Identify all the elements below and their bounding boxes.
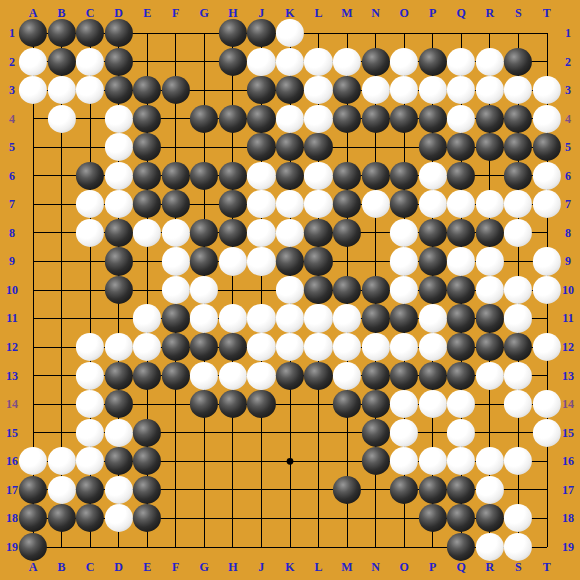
intersection-J12[interactable]	[247, 333, 276, 362]
intersection-S19[interactable]	[504, 533, 533, 562]
intersection-A3[interactable]	[19, 76, 48, 105]
intersection-O8[interactable]	[390, 219, 419, 248]
intersection-E7[interactable]	[133, 190, 162, 219]
intersection-T16[interactable]	[533, 447, 562, 476]
intersection-O9[interactable]	[390, 247, 419, 276]
intersection-Q8[interactable]	[447, 219, 476, 248]
intersection-C5[interactable]	[76, 133, 105, 162]
intersection-G14[interactable]	[190, 390, 219, 419]
intersection-M7[interactable]	[333, 190, 362, 219]
intersection-E19[interactable]	[133, 533, 162, 562]
intersection-Q16[interactable]	[447, 447, 476, 476]
intersection-F10[interactable]	[161, 276, 190, 305]
intersection-O10[interactable]	[390, 276, 419, 305]
intersection-B4[interactable]	[47, 104, 76, 133]
intersection-N7[interactable]	[361, 190, 390, 219]
intersection-L4[interactable]	[304, 104, 333, 133]
intersection-T19[interactable]	[533, 533, 562, 562]
intersection-D2[interactable]	[104, 47, 133, 76]
intersection-P6[interactable]	[418, 161, 447, 190]
intersection-G6[interactable]	[190, 161, 219, 190]
intersection-R4[interactable]	[475, 104, 504, 133]
intersection-O2[interactable]	[390, 47, 419, 76]
intersection-T5[interactable]	[533, 133, 562, 162]
intersection-E8[interactable]	[133, 219, 162, 248]
intersection-Q2[interactable]	[447, 47, 476, 76]
intersection-K11[interactable]	[276, 304, 305, 333]
intersection-P7[interactable]	[418, 190, 447, 219]
intersection-D3[interactable]	[104, 76, 133, 105]
intersection-A6[interactable]	[19, 161, 48, 190]
intersection-D7[interactable]	[104, 190, 133, 219]
intersection-L19[interactable]	[304, 533, 333, 562]
intersection-M3[interactable]	[333, 76, 362, 105]
intersection-J2[interactable]	[247, 47, 276, 76]
intersection-R12[interactable]	[475, 333, 504, 362]
intersection-J18[interactable]	[247, 504, 276, 533]
intersection-G13[interactable]	[190, 361, 219, 390]
intersection-M10[interactable]	[333, 276, 362, 305]
intersection-N15[interactable]	[361, 418, 390, 447]
intersection-S18[interactable]	[504, 504, 533, 533]
intersection-D5[interactable]	[104, 133, 133, 162]
intersection-G16[interactable]	[190, 447, 219, 476]
intersection-O15[interactable]	[390, 418, 419, 447]
intersection-T17[interactable]	[533, 475, 562, 504]
intersection-H11[interactable]	[219, 304, 248, 333]
intersection-E2[interactable]	[133, 47, 162, 76]
intersection-M8[interactable]	[333, 219, 362, 248]
intersection-J4[interactable]	[247, 104, 276, 133]
intersection-L14[interactable]	[304, 390, 333, 419]
intersection-B16[interactable]	[47, 447, 76, 476]
intersection-A18[interactable]	[19, 504, 48, 533]
intersection-K2[interactable]	[276, 47, 305, 76]
intersection-C13[interactable]	[76, 361, 105, 390]
intersection-T3[interactable]	[533, 76, 562, 105]
intersection-P14[interactable]	[418, 390, 447, 419]
intersection-R10[interactable]	[475, 276, 504, 305]
intersection-J5[interactable]	[247, 133, 276, 162]
intersection-Q7[interactable]	[447, 190, 476, 219]
intersection-F15[interactable]	[161, 418, 190, 447]
intersection-B15[interactable]	[47, 418, 76, 447]
intersection-A4[interactable]	[19, 104, 48, 133]
intersection-E18[interactable]	[133, 504, 162, 533]
intersection-D17[interactable]	[104, 475, 133, 504]
intersection-D16[interactable]	[104, 447, 133, 476]
intersection-F4[interactable]	[161, 104, 190, 133]
intersection-Q19[interactable]	[447, 533, 476, 562]
intersection-N6[interactable]	[361, 161, 390, 190]
intersection-F1[interactable]	[161, 19, 190, 48]
intersection-C2[interactable]	[76, 47, 105, 76]
intersection-E10[interactable]	[133, 276, 162, 305]
intersection-B13[interactable]	[47, 361, 76, 390]
intersection-R1[interactable]	[475, 19, 504, 48]
intersection-N1[interactable]	[361, 19, 390, 48]
intersection-T13[interactable]	[533, 361, 562, 390]
intersection-D6[interactable]	[104, 161, 133, 190]
intersection-O13[interactable]	[390, 361, 419, 390]
intersection-C7[interactable]	[76, 190, 105, 219]
intersection-P5[interactable]	[418, 133, 447, 162]
intersection-T9[interactable]	[533, 247, 562, 276]
intersection-L3[interactable]	[304, 76, 333, 105]
intersection-C8[interactable]	[76, 219, 105, 248]
intersection-O1[interactable]	[390, 19, 419, 48]
intersection-Q1[interactable]	[447, 19, 476, 48]
intersection-M6[interactable]	[333, 161, 362, 190]
intersection-C18[interactable]	[76, 504, 105, 533]
intersection-S3[interactable]	[504, 76, 533, 105]
intersection-E16[interactable]	[133, 447, 162, 476]
intersection-G10[interactable]	[190, 276, 219, 305]
intersection-F6[interactable]	[161, 161, 190, 190]
intersection-E3[interactable]	[133, 76, 162, 105]
intersection-S4[interactable]	[504, 104, 533, 133]
intersection-B12[interactable]	[47, 333, 76, 362]
intersection-R18[interactable]	[475, 504, 504, 533]
intersection-F2[interactable]	[161, 47, 190, 76]
intersection-B14[interactable]	[47, 390, 76, 419]
intersection-R8[interactable]	[475, 219, 504, 248]
intersection-E6[interactable]	[133, 161, 162, 190]
intersection-G12[interactable]	[190, 333, 219, 362]
intersection-T6[interactable]	[533, 161, 562, 190]
intersection-N16[interactable]	[361, 447, 390, 476]
intersection-H14[interactable]	[219, 390, 248, 419]
intersection-P18[interactable]	[418, 504, 447, 533]
intersection-P19[interactable]	[418, 533, 447, 562]
intersection-M9[interactable]	[333, 247, 362, 276]
intersection-B11[interactable]	[47, 304, 76, 333]
intersection-L16[interactable]	[304, 447, 333, 476]
intersection-P11[interactable]	[418, 304, 447, 333]
intersection-Q5[interactable]	[447, 133, 476, 162]
intersection-H13[interactable]	[219, 361, 248, 390]
intersection-R3[interactable]	[475, 76, 504, 105]
intersection-J19[interactable]	[247, 533, 276, 562]
intersection-M4[interactable]	[333, 104, 362, 133]
intersection-T8[interactable]	[533, 219, 562, 248]
intersection-N19[interactable]	[361, 533, 390, 562]
intersection-E4[interactable]	[133, 104, 162, 133]
intersection-B8[interactable]	[47, 219, 76, 248]
intersection-J3[interactable]	[247, 76, 276, 105]
intersection-A14[interactable]	[19, 390, 48, 419]
intersection-P3[interactable]	[418, 76, 447, 105]
intersection-A7[interactable]	[19, 190, 48, 219]
intersection-R7[interactable]	[475, 190, 504, 219]
intersection-C14[interactable]	[76, 390, 105, 419]
intersection-N14[interactable]	[361, 390, 390, 419]
intersection-A9[interactable]	[19, 247, 48, 276]
intersection-H9[interactable]	[219, 247, 248, 276]
intersection-N12[interactable]	[361, 333, 390, 362]
intersection-L15[interactable]	[304, 418, 333, 447]
intersection-L7[interactable]	[304, 190, 333, 219]
intersection-P1[interactable]	[418, 19, 447, 48]
intersection-G7[interactable]	[190, 190, 219, 219]
intersection-O16[interactable]	[390, 447, 419, 476]
intersection-S10[interactable]	[504, 276, 533, 305]
intersection-E15[interactable]	[133, 418, 162, 447]
intersection-L10[interactable]	[304, 276, 333, 305]
intersection-L11[interactable]	[304, 304, 333, 333]
intersection-J9[interactable]	[247, 247, 276, 276]
intersection-B7[interactable]	[47, 190, 76, 219]
intersection-M5[interactable]	[333, 133, 362, 162]
intersection-C4[interactable]	[76, 104, 105, 133]
intersection-F14[interactable]	[161, 390, 190, 419]
intersection-A17[interactable]	[19, 475, 48, 504]
intersection-A8[interactable]	[19, 219, 48, 248]
intersection-S13[interactable]	[504, 361, 533, 390]
intersection-P17[interactable]	[418, 475, 447, 504]
intersection-K10[interactable]	[276, 276, 305, 305]
intersection-D12[interactable]	[104, 333, 133, 362]
intersection-S5[interactable]	[504, 133, 533, 162]
intersection-C10[interactable]	[76, 276, 105, 305]
intersection-B19[interactable]	[47, 533, 76, 562]
intersection-M14[interactable]	[333, 390, 362, 419]
intersection-H16[interactable]	[219, 447, 248, 476]
intersection-F5[interactable]	[161, 133, 190, 162]
intersection-D1[interactable]	[104, 19, 133, 48]
intersection-J13[interactable]	[247, 361, 276, 390]
intersection-S9[interactable]	[504, 247, 533, 276]
intersection-B3[interactable]	[47, 76, 76, 105]
intersection-M16[interactable]	[333, 447, 362, 476]
intersection-G2[interactable]	[190, 47, 219, 76]
intersection-G17[interactable]	[190, 475, 219, 504]
intersection-A13[interactable]	[19, 361, 48, 390]
intersection-H7[interactable]	[219, 190, 248, 219]
intersection-G8[interactable]	[190, 219, 219, 248]
intersection-A1[interactable]	[19, 19, 48, 48]
intersection-K4[interactable]	[276, 104, 305, 133]
intersection-O12[interactable]	[390, 333, 419, 362]
intersection-H15[interactable]	[219, 418, 248, 447]
intersection-R11[interactable]	[475, 304, 504, 333]
intersection-O18[interactable]	[390, 504, 419, 533]
intersection-G18[interactable]	[190, 504, 219, 533]
intersection-T18[interactable]	[533, 504, 562, 533]
intersection-F13[interactable]	[161, 361, 190, 390]
intersection-P8[interactable]	[418, 219, 447, 248]
intersection-F17[interactable]	[161, 475, 190, 504]
intersection-R13[interactable]	[475, 361, 504, 390]
intersection-H19[interactable]	[219, 533, 248, 562]
intersection-O19[interactable]	[390, 533, 419, 562]
intersection-L1[interactable]	[304, 19, 333, 48]
intersection-H17[interactable]	[219, 475, 248, 504]
intersection-S14[interactable]	[504, 390, 533, 419]
intersection-G11[interactable]	[190, 304, 219, 333]
intersection-J6[interactable]	[247, 161, 276, 190]
intersection-N10[interactable]	[361, 276, 390, 305]
intersection-D13[interactable]	[104, 361, 133, 390]
intersection-D11[interactable]	[104, 304, 133, 333]
intersection-B6[interactable]	[47, 161, 76, 190]
intersection-N5[interactable]	[361, 133, 390, 162]
intersection-G1[interactable]	[190, 19, 219, 48]
intersection-L2[interactable]	[304, 47, 333, 76]
intersection-H1[interactable]	[219, 19, 248, 48]
intersection-Q11[interactable]	[447, 304, 476, 333]
intersection-F12[interactable]	[161, 333, 190, 362]
intersection-P13[interactable]	[418, 361, 447, 390]
intersection-D19[interactable]	[104, 533, 133, 562]
intersection-R5[interactable]	[475, 133, 504, 162]
intersection-N2[interactable]	[361, 47, 390, 76]
intersection-F19[interactable]	[161, 533, 190, 562]
intersection-Q6[interactable]	[447, 161, 476, 190]
intersection-O7[interactable]	[390, 190, 419, 219]
intersection-Q18[interactable]	[447, 504, 476, 533]
intersection-P9[interactable]	[418, 247, 447, 276]
intersection-F18[interactable]	[161, 504, 190, 533]
intersection-C11[interactable]	[76, 304, 105, 333]
intersection-B18[interactable]	[47, 504, 76, 533]
intersection-H5[interactable]	[219, 133, 248, 162]
intersection-K15[interactable]	[276, 418, 305, 447]
intersection-Q4[interactable]	[447, 104, 476, 133]
intersection-G3[interactable]	[190, 76, 219, 105]
intersection-E5[interactable]	[133, 133, 162, 162]
intersection-L9[interactable]	[304, 247, 333, 276]
intersection-D4[interactable]	[104, 104, 133, 133]
intersection-G15[interactable]	[190, 418, 219, 447]
intersection-K18[interactable]	[276, 504, 305, 533]
intersection-E9[interactable]	[133, 247, 162, 276]
intersection-S1[interactable]	[504, 19, 533, 48]
intersection-J15[interactable]	[247, 418, 276, 447]
intersection-T7[interactable]	[533, 190, 562, 219]
intersection-F11[interactable]	[161, 304, 190, 333]
intersection-R17[interactable]	[475, 475, 504, 504]
intersection-J17[interactable]	[247, 475, 276, 504]
intersection-J8[interactable]	[247, 219, 276, 248]
intersection-T10[interactable]	[533, 276, 562, 305]
intersection-C19[interactable]	[76, 533, 105, 562]
intersection-T11[interactable]	[533, 304, 562, 333]
intersection-H4[interactable]	[219, 104, 248, 133]
intersection-G5[interactable]	[190, 133, 219, 162]
intersection-O5[interactable]	[390, 133, 419, 162]
intersection-A2[interactable]	[19, 47, 48, 76]
intersection-K9[interactable]	[276, 247, 305, 276]
intersection-A15[interactable]	[19, 418, 48, 447]
intersection-C12[interactable]	[76, 333, 105, 362]
intersection-E13[interactable]	[133, 361, 162, 390]
intersection-O11[interactable]	[390, 304, 419, 333]
intersection-Q17[interactable]	[447, 475, 476, 504]
intersection-R16[interactable]	[475, 447, 504, 476]
intersection-D8[interactable]	[104, 219, 133, 248]
intersection-Q15[interactable]	[447, 418, 476, 447]
intersection-F7[interactable]	[161, 190, 190, 219]
intersection-H8[interactable]	[219, 219, 248, 248]
intersection-Q9[interactable]	[447, 247, 476, 276]
intersection-F8[interactable]	[161, 219, 190, 248]
intersection-F9[interactable]	[161, 247, 190, 276]
intersection-G9[interactable]	[190, 247, 219, 276]
intersection-E14[interactable]	[133, 390, 162, 419]
intersection-D9[interactable]	[104, 247, 133, 276]
intersection-P12[interactable]	[418, 333, 447, 362]
intersection-R6[interactable]	[475, 161, 504, 190]
intersection-P15[interactable]	[418, 418, 447, 447]
intersection-B1[interactable]	[47, 19, 76, 48]
intersection-O3[interactable]	[390, 76, 419, 105]
intersection-D15[interactable]	[104, 418, 133, 447]
intersection-A5[interactable]	[19, 133, 48, 162]
intersection-S8[interactable]	[504, 219, 533, 248]
intersection-R2[interactable]	[475, 47, 504, 76]
intersection-B10[interactable]	[47, 276, 76, 305]
intersection-S12[interactable]	[504, 333, 533, 362]
intersection-N9[interactable]	[361, 247, 390, 276]
intersection-R9[interactable]	[475, 247, 504, 276]
intersection-M11[interactable]	[333, 304, 362, 333]
intersection-K8[interactable]	[276, 219, 305, 248]
intersection-G19[interactable]	[190, 533, 219, 562]
intersection-T14[interactable]	[533, 390, 562, 419]
intersection-T15[interactable]	[533, 418, 562, 447]
intersection-K1[interactable]	[276, 19, 305, 48]
intersection-C1[interactable]	[76, 19, 105, 48]
intersection-A12[interactable]	[19, 333, 48, 362]
intersection-O17[interactable]	[390, 475, 419, 504]
intersection-D18[interactable]	[104, 504, 133, 533]
intersection-A19[interactable]	[19, 533, 48, 562]
intersection-J16[interactable]	[247, 447, 276, 476]
intersection-S2[interactable]	[504, 47, 533, 76]
intersection-C6[interactable]	[76, 161, 105, 190]
intersection-K6[interactable]	[276, 161, 305, 190]
intersection-L6[interactable]	[304, 161, 333, 190]
intersection-N3[interactable]	[361, 76, 390, 105]
intersection-L13[interactable]	[304, 361, 333, 390]
intersection-A10[interactable]	[19, 276, 48, 305]
intersection-M18[interactable]	[333, 504, 362, 533]
intersection-Q12[interactable]	[447, 333, 476, 362]
intersection-R14[interactable]	[475, 390, 504, 419]
intersection-D10[interactable]	[104, 276, 133, 305]
intersection-E1[interactable]	[133, 19, 162, 48]
intersection-J10[interactable]	[247, 276, 276, 305]
intersection-C16[interactable]	[76, 447, 105, 476]
intersection-P10[interactable]	[418, 276, 447, 305]
intersection-H6[interactable]	[219, 161, 248, 190]
intersection-K12[interactable]	[276, 333, 305, 362]
intersection-Q13[interactable]	[447, 361, 476, 390]
intersection-Q3[interactable]	[447, 76, 476, 105]
intersection-O14[interactable]	[390, 390, 419, 419]
intersection-N18[interactable]	[361, 504, 390, 533]
intersection-K14[interactable]	[276, 390, 305, 419]
intersection-M12[interactable]	[333, 333, 362, 362]
intersection-J1[interactable]	[247, 19, 276, 48]
intersection-A16[interactable]	[19, 447, 48, 476]
intersection-T12[interactable]	[533, 333, 562, 362]
intersection-R15[interactable]	[475, 418, 504, 447]
intersection-S7[interactable]	[504, 190, 533, 219]
intersection-F3[interactable]	[161, 76, 190, 105]
intersection-L18[interactable]	[304, 504, 333, 533]
